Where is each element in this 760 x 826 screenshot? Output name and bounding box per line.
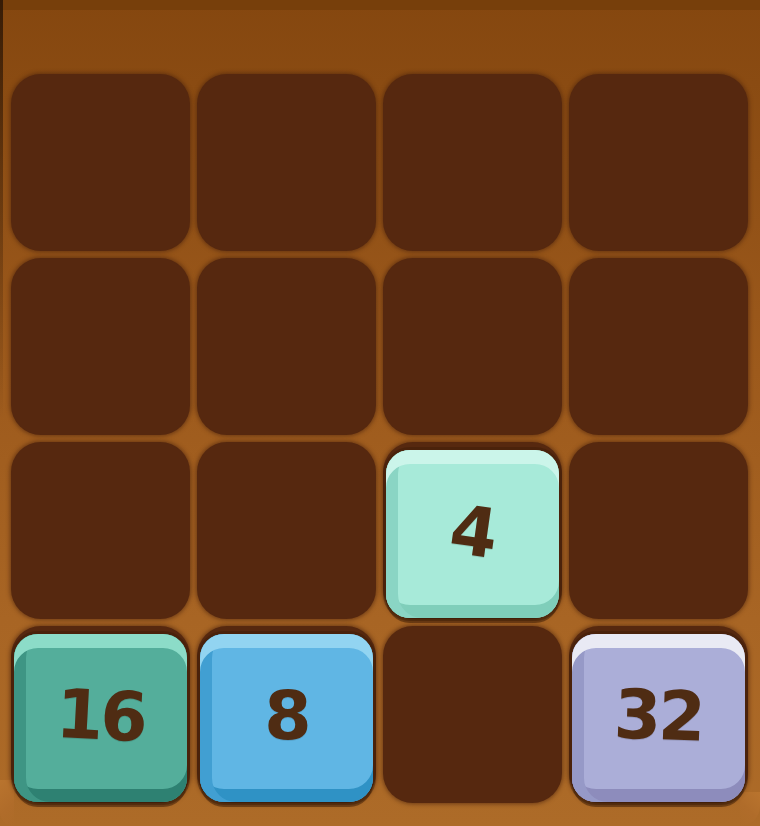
board-cell-r4c2: 8 bbox=[197, 626, 376, 803]
top-edge-band bbox=[0, 0, 760, 10]
board-cell-r2c2 bbox=[197, 258, 376, 435]
tile-32: 32 bbox=[572, 634, 745, 802]
tile-value: 4 bbox=[446, 495, 500, 572]
game-screen: 416832 bbox=[0, 0, 760, 826]
board-cell-r3c3: 4 bbox=[383, 442, 562, 619]
board-cell-r2c3 bbox=[383, 258, 562, 435]
empty-slot bbox=[383, 258, 562, 435]
board-cell-r4c1: 16 bbox=[11, 626, 190, 803]
empty-slot bbox=[569, 258, 748, 435]
tile-value: 16 bbox=[54, 680, 146, 757]
left-edge-shadow bbox=[0, 0, 3, 420]
board-cell-r3c1 bbox=[11, 442, 190, 619]
empty-slot bbox=[383, 74, 562, 251]
empty-slot bbox=[197, 442, 376, 619]
tile-4: 4 bbox=[386, 450, 559, 618]
board-cell-r4c4: 32 bbox=[569, 626, 748, 803]
empty-slot bbox=[383, 626, 562, 803]
board-cell-r1c4 bbox=[569, 74, 748, 251]
empty-slot bbox=[11, 258, 190, 435]
board-cell-r1c2 bbox=[197, 74, 376, 251]
board-cell-r1c1 bbox=[11, 74, 190, 251]
board-cell-r3c2 bbox=[197, 442, 376, 619]
empty-slot bbox=[11, 442, 190, 619]
tile-16: 16 bbox=[14, 634, 187, 802]
board-cell-r2c4 bbox=[569, 258, 748, 435]
empty-slot bbox=[197, 258, 376, 435]
empty-slot bbox=[569, 74, 748, 251]
board-cell-r1c3 bbox=[383, 74, 562, 251]
board-cell-r3c4 bbox=[569, 442, 748, 619]
empty-slot bbox=[569, 442, 748, 619]
empty-slot bbox=[11, 74, 190, 251]
tile-value: 8 bbox=[264, 682, 308, 754]
board-cell-r2c1 bbox=[11, 258, 190, 435]
tile-value: 32 bbox=[613, 680, 704, 755]
board-cell-r4c3 bbox=[383, 626, 562, 803]
board-grid[interactable]: 416832 bbox=[11, 74, 748, 803]
tile-8: 8 bbox=[200, 634, 373, 802]
empty-slot bbox=[197, 74, 376, 251]
